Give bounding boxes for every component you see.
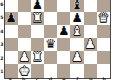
square-e4[interactable]: ♟: [57, 25, 70, 38]
square-f1[interactable]: [70, 64, 83, 77]
square-h1[interactable]: [97, 64, 110, 77]
square-h3[interactable]: [97, 38, 110, 51]
square-d2[interactable]: [44, 51, 57, 64]
piece-black-pawn[interactable]: ♟: [71, 12, 82, 25]
piece-white-pawn[interactable]: ♟: [85, 38, 96, 51]
square-c2[interactable]: ♜: [31, 51, 44, 64]
square-b3[interactable]: [18, 38, 31, 51]
piece-black-pawn[interactable]: ♟: [58, 25, 69, 38]
square-a3[interactable]: [5, 38, 18, 51]
square-c5[interactable]: ♜: [31, 12, 44, 25]
square-a6[interactable]: [5, 0, 18, 12]
piece-black-pawn[interactable]: ♟: [32, 0, 43, 11]
square-d5[interactable]: [44, 12, 57, 25]
square-f3[interactable]: [70, 38, 83, 51]
square-f4[interactable]: ♝: [70, 25, 83, 38]
piece-black-bishop[interactable]: ♝: [71, 0, 82, 11]
square-c4[interactable]: [31, 25, 44, 38]
square-g5[interactable]: [84, 12, 97, 25]
file-label-g: g: [84, 78, 97, 80]
file-label-h: h: [98, 78, 111, 80]
piece-white-pawn[interactable]: ♟: [19, 51, 30, 64]
chess-diagram: 654321 ♟♝♟♜♟♛♟♝♛♟♟♜♟♚ abcdefgh: [0, 0, 120, 80]
square-c1[interactable]: [31, 64, 44, 77]
piece-white-king[interactable]: ♚: [19, 65, 30, 78]
piece-black-pawn[interactable]: ♟: [5, 12, 16, 25]
square-a1[interactable]: [5, 64, 18, 77]
chess-board: ♟♝♟♜♟♛♟♝♛♟♟♜♟♚: [4, 0, 112, 79]
square-d1[interactable]: [44, 64, 57, 77]
square-d3[interactable]: ♛: [44, 38, 57, 51]
square-d6[interactable]: [44, 0, 57, 12]
square-g1[interactable]: [84, 64, 97, 77]
piece-white-rook[interactable]: ♜: [32, 51, 43, 64]
piece-black-queen[interactable]: ♛: [45, 38, 56, 51]
square-e5[interactable]: [57, 12, 70, 25]
file-labels: abcdefgh: [4, 78, 112, 80]
square-g6[interactable]: [84, 0, 97, 12]
file-label-c: c: [30, 78, 43, 80]
square-g2[interactable]: [84, 51, 97, 64]
square-h6[interactable]: [97, 0, 110, 12]
square-a4[interactable]: [5, 25, 18, 38]
square-a2[interactable]: [5, 51, 18, 64]
file-label-f: f: [71, 78, 84, 80]
square-g4[interactable]: [84, 25, 97, 38]
piece-white-pawn[interactable]: ♟: [71, 51, 82, 64]
piece-white-bishop[interactable]: ♝: [71, 25, 82, 38]
square-d4[interactable]: [44, 25, 57, 38]
square-b6[interactable]: [18, 0, 31, 12]
square-f5[interactable]: ♟: [70, 12, 83, 25]
square-e3[interactable]: [57, 38, 70, 51]
piece-white-queen[interactable]: ♛: [98, 12, 109, 25]
square-b2[interactable]: ♟: [18, 51, 31, 64]
square-b1[interactable]: ♚: [18, 64, 31, 77]
file-label-e: e: [57, 78, 70, 80]
square-h2[interactable]: [97, 51, 110, 64]
square-h4[interactable]: [97, 25, 110, 38]
square-h5[interactable]: ♛: [97, 12, 110, 25]
square-f6[interactable]: ♝: [70, 0, 83, 12]
square-g3[interactable]: ♟: [84, 38, 97, 51]
square-e6[interactable]: [57, 0, 70, 12]
square-b4[interactable]: [18, 25, 31, 38]
piece-white-rook[interactable]: ♜: [32, 12, 43, 25]
square-c3[interactable]: [31, 38, 44, 51]
square-a5[interactable]: ♟: [5, 12, 18, 25]
file-label-d: d: [44, 78, 57, 80]
square-e2[interactable]: [57, 51, 70, 64]
file-label-b: b: [17, 78, 30, 80]
square-c6[interactable]: ♟: [31, 0, 44, 12]
file-label-a: a: [4, 78, 17, 80]
square-f2[interactable]: ♟: [70, 51, 83, 64]
square-b5[interactable]: [18, 12, 31, 25]
square-e1[interactable]: [57, 64, 70, 77]
